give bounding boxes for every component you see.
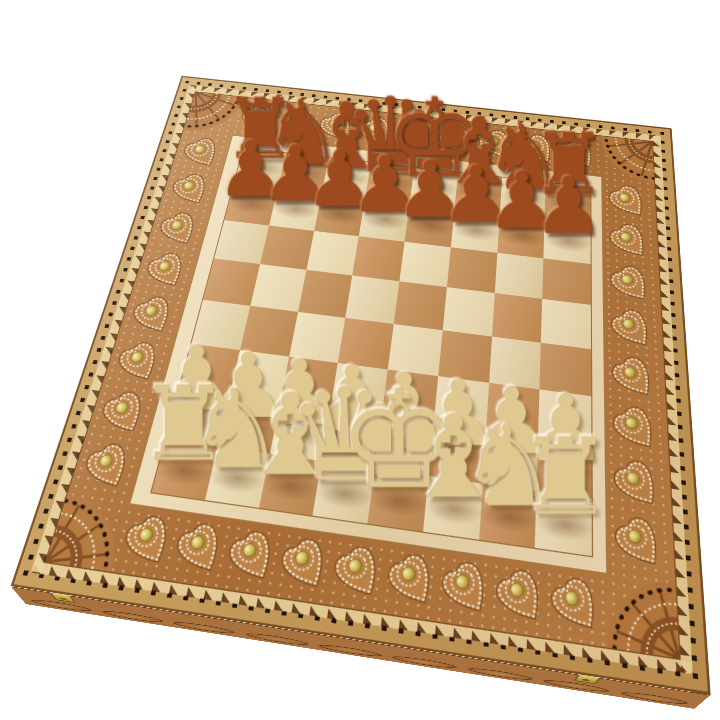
square-h5[interactable] (541, 299, 591, 349)
heart-motif-icon (610, 262, 653, 306)
square-g5[interactable] (492, 293, 543, 343)
piece-white-rook[interactable]: ♜ (485, 418, 645, 524)
square-f5[interactable] (442, 287, 494, 336)
square-e5[interactable] (394, 281, 447, 330)
square-b6[interactable] (260, 225, 314, 270)
heart-motif-icon (437, 123, 477, 159)
square-g6[interactable] (494, 252, 543, 299)
heart-motif-icon (141, 249, 192, 292)
heart-motif-icon (477, 127, 516, 163)
carved-oval-medallion (318, 643, 381, 658)
carved-oval-medallion (100, 609, 164, 624)
fan-motif-icon (604, 570, 680, 659)
square-c6[interactable] (306, 230, 359, 275)
heart-motif-icon (495, 564, 547, 630)
heart-motif-icon (170, 518, 230, 580)
chess-set-photo: ♜♞♝♛♚♝♞♜♟♟♟♟♟♟♟♟♟♟♟♟♟♟♟♟♜♞♝♛♚♝♞♜ (0, 0, 720, 720)
square-c5[interactable] (298, 270, 353, 318)
heart-motif-icon (179, 135, 225, 171)
fan-motif-icon (46, 492, 133, 572)
heart-motif-icon (316, 110, 358, 145)
heart-motif-icon (223, 526, 282, 589)
carved-oval-medallion (245, 631, 309, 646)
square-d6[interactable] (352, 236, 404, 282)
chess-board-box: ♜♞♝♛♚♝♞♜♟♟♟♟♟♟♟♟♟♟♟♟♟♟♟♟♜♞♝♛♚♝♞♜ (11, 76, 711, 695)
heart-motif-icon (276, 533, 334, 596)
square-h6[interactable] (542, 258, 590, 305)
corner-fan-icon (604, 570, 680, 659)
heart-motif-icon (118, 511, 179, 573)
heart-motif-icon (551, 572, 603, 639)
heart-motif-icon (356, 114, 397, 149)
heart-motif-icon (518, 131, 556, 167)
heart-motif-icon (611, 306, 655, 353)
heart-motif-icon (396, 118, 437, 153)
carved-oval-medallion (392, 655, 457, 670)
heart-motif-icon (155, 209, 204, 250)
square-b5[interactable] (250, 264, 306, 312)
heart-motif-icon (384, 549, 439, 614)
square-e6[interactable] (399, 241, 450, 287)
square-d5[interactable] (345, 276, 399, 324)
square-f6[interactable] (447, 247, 497, 293)
heart-motif-icon (439, 556, 493, 621)
chess-piece-glyph: ♜ (517, 424, 612, 530)
carved-oval-medallion (172, 620, 236, 635)
carved-oval-medallion (467, 666, 534, 681)
heart-motif-icon (167, 171, 214, 209)
carved-oval-medallion (619, 690, 690, 705)
heart-motif-icon (609, 182, 649, 221)
scene: ♜♞♝♛♚♝♞♜♟♟♟♟♟♟♟♟♟♟♟♟♟♟♟♟♜♞♝♛♚♝♞♜ (0, 0, 720, 720)
heart-motif-icon (330, 541, 386, 605)
heart-motif-icon (609, 221, 650, 263)
heart-motif-icon (237, 102, 280, 136)
corner-fan-icon (46, 492, 133, 572)
heart-motif-icon (560, 136, 598, 172)
heart-motif-icon (277, 106, 320, 141)
